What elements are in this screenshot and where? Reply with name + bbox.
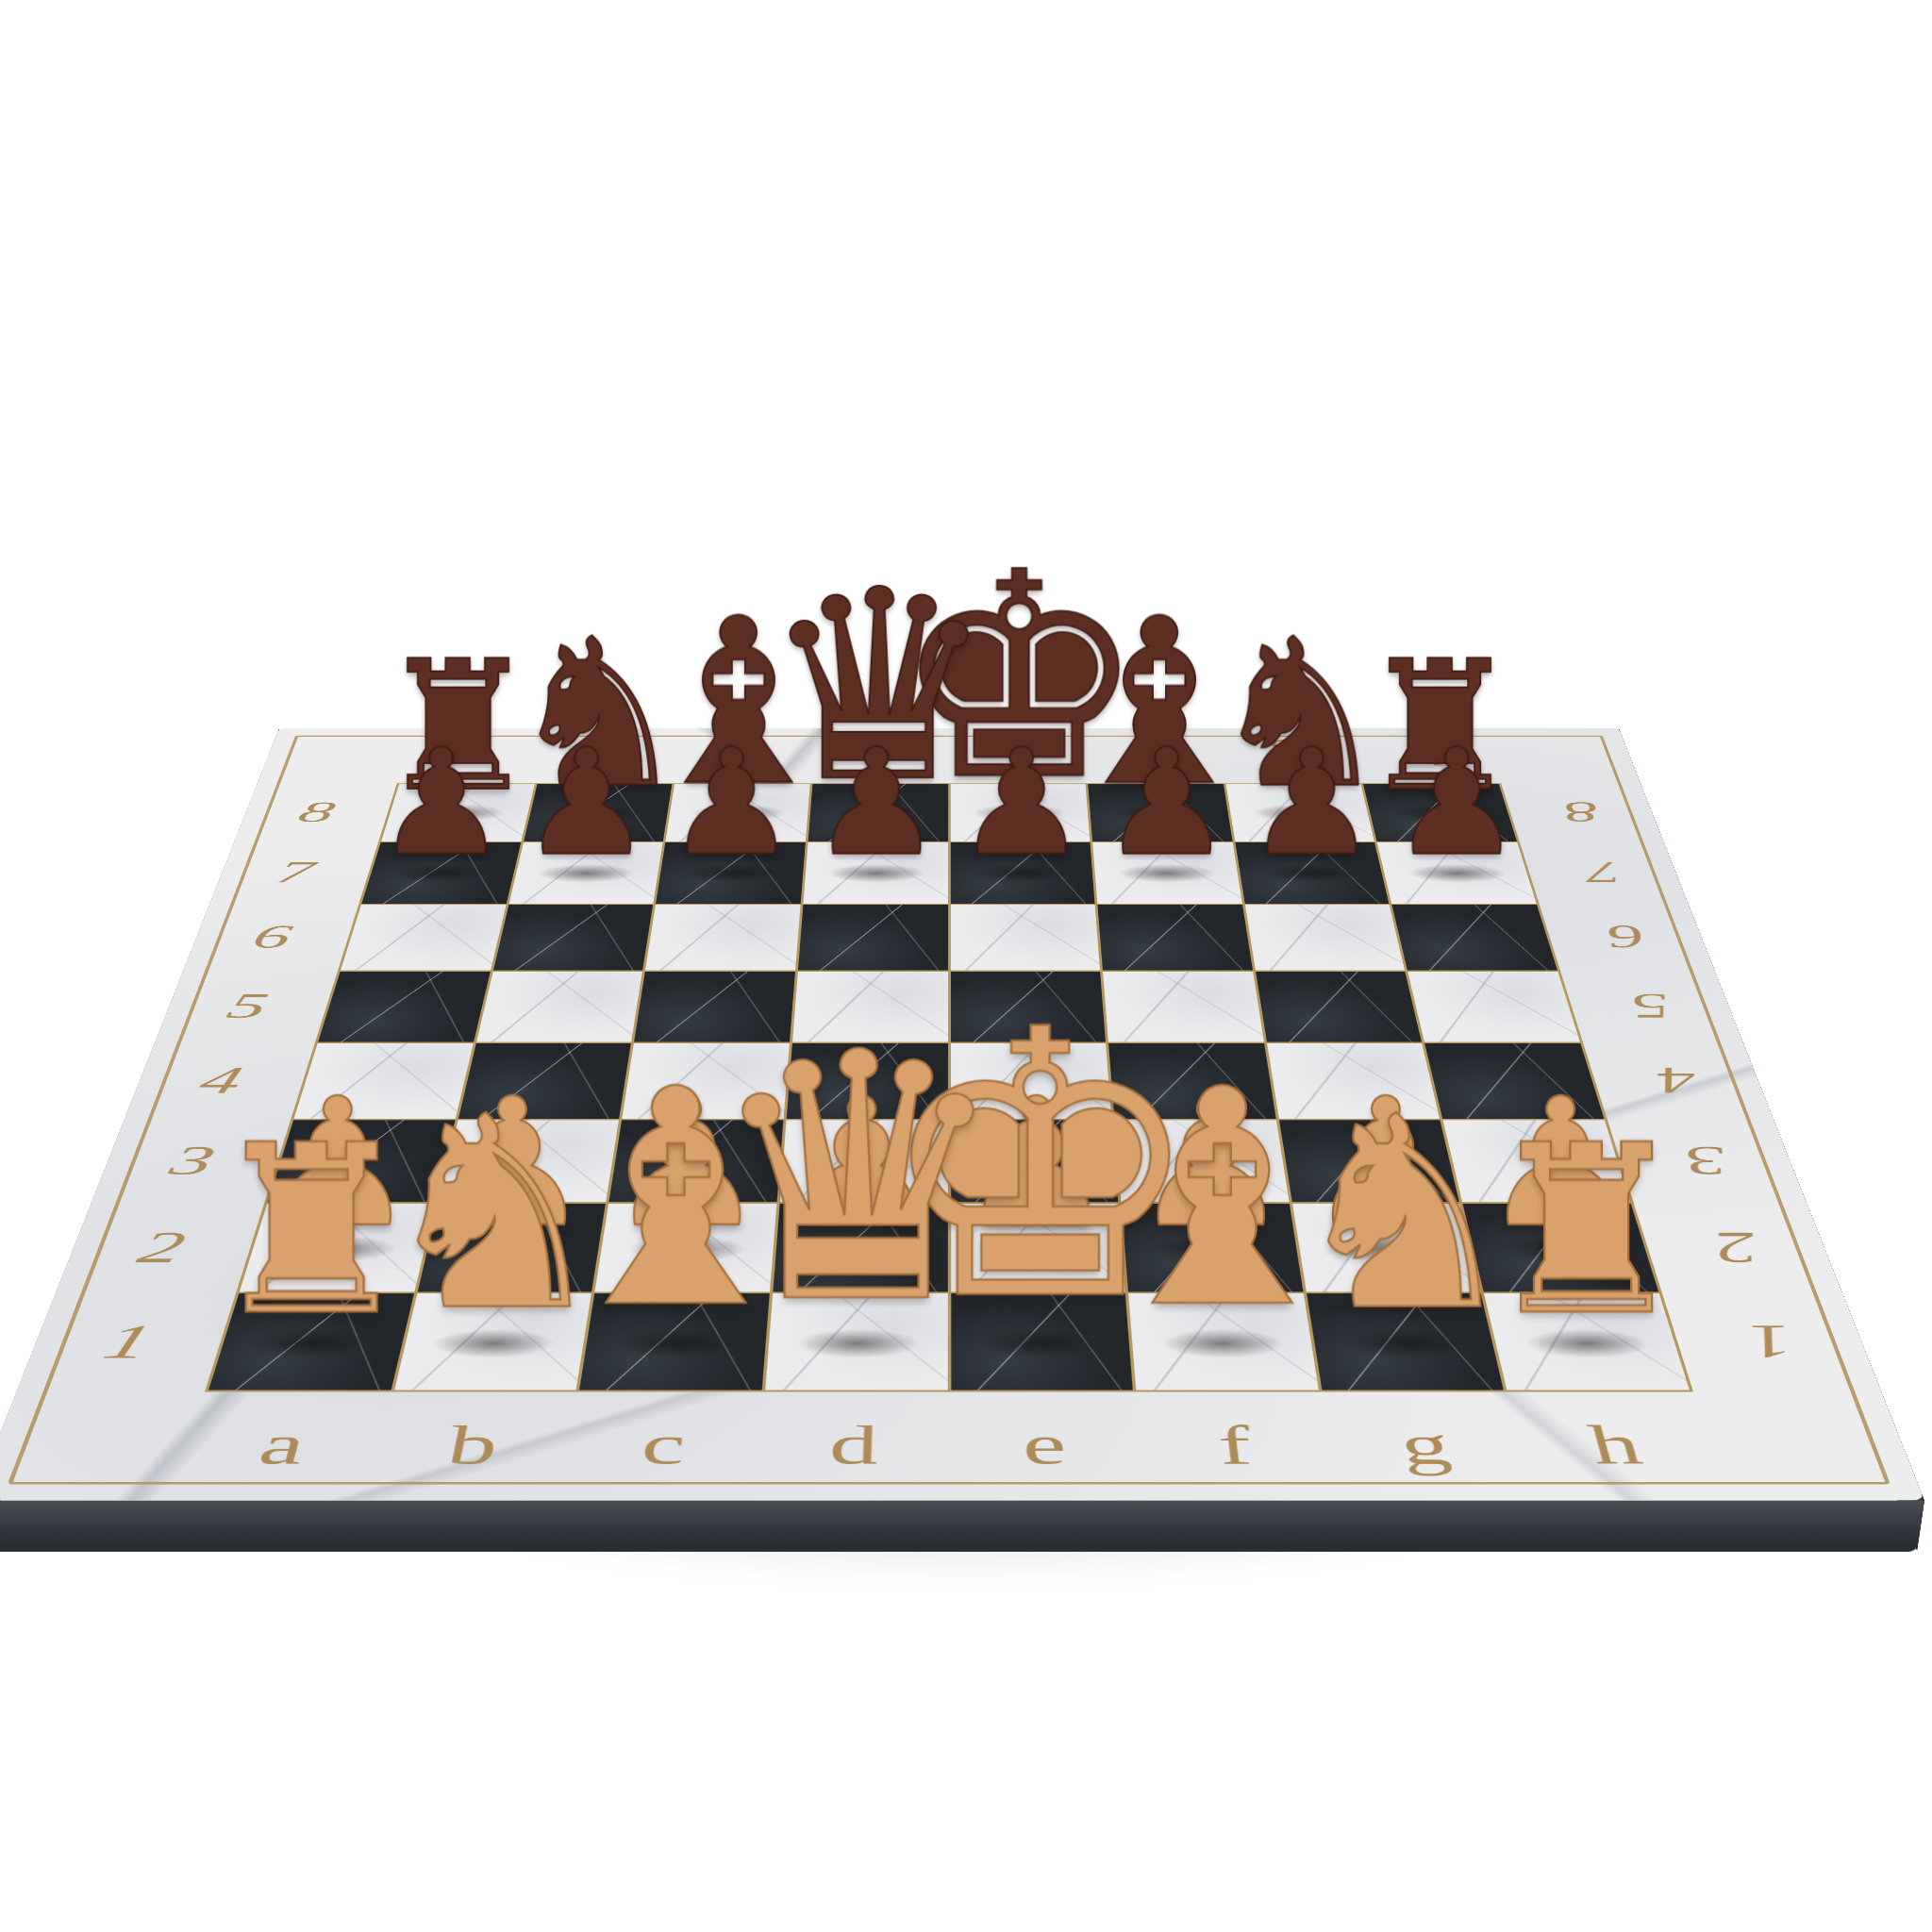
file-label-f: f — [1140, 739, 1167, 771]
white-rook-icon: ♜ — [208, 1121, 416, 1342]
black-pawn-icon: ♟ — [1101, 733, 1232, 873]
file-label-b: b — [442, 1413, 504, 1477]
rank-label-1: 1 — [1738, 1314, 1802, 1369]
file-label-d: d — [863, 739, 899, 771]
black-pawn-icon: ♟ — [521, 733, 652, 873]
file-label-f: f — [1215, 1413, 1255, 1477]
piece-white-rook-h1[interactable]: ♜ — [1484, 1293, 1693, 1391]
file-label-c: c — [638, 1413, 689, 1477]
file-label-g: g — [1268, 739, 1309, 771]
board-apron-front — [0, 1501, 1924, 1552]
file-label-d: d — [828, 1413, 879, 1477]
file-label-b: b — [589, 739, 630, 771]
file-label-a: a — [252, 1413, 313, 1477]
black-pawn-icon: ♟ — [1246, 733, 1377, 873]
piece-black-pawn-f7[interactable]: ♟ — [1091, 841, 1244, 904]
file-label-e: e — [1022, 1413, 1068, 1477]
rank-label-2: 2 — [131, 1223, 192, 1274]
product-photo: 87654321 87654321 abcdefgh abcdefgh ♜♞♝♛… — [0, 0, 1932, 1932]
piece-white-queen-d1[interactable]: ♛ — [763, 1293, 949, 1391]
chess-board: 87654321 87654321 abcdefgh abcdefgh ♜♞♝♛… — [0, 728, 1924, 1501]
piece-black-pawn-g7[interactable]: ♟ — [1234, 841, 1391, 904]
piece-black-pawn-c7[interactable]: ♟ — [654, 841, 807, 904]
rank-label-1: 1 — [96, 1314, 160, 1369]
pieces-layer: ♜♞♝♛♚♝♞♜♟♟♟♟♟♟♟♟♟♟♟♟♟♟♟♟♜♞♝♛♚♝♞♜ — [205, 783, 1693, 1391]
piece-black-pawn-e7[interactable]: ♟ — [949, 841, 1096, 904]
rank-label-7: 7 — [272, 855, 320, 890]
file-label-e: e — [1001, 739, 1033, 771]
piece-white-bishop-f1[interactable]: ♝ — [1127, 1293, 1321, 1391]
white-rook-icon: ♜ — [1482, 1121, 1690, 1342]
white-queen-icon: ♛ — [705, 1017, 1011, 1341]
rank-label-8: 8 — [1558, 796, 1605, 829]
piece-black-pawn-b7[interactable]: ♟ — [507, 841, 664, 904]
white-bishop-icon: ♝ — [1089, 1058, 1356, 1341]
piece-black-pawn-a7[interactable]: ♟ — [358, 841, 521, 904]
rank-label-8: 8 — [293, 796, 340, 829]
file-label-h: h — [1582, 1413, 1648, 1477]
piece-black-pawn-h7[interactable]: ♟ — [1377, 841, 1540, 904]
rank-label-7: 7 — [1579, 855, 1627, 890]
rank-label-5: 5 — [222, 986, 274, 1026]
piece-white-rook-a1[interactable]: ♜ — [205, 1293, 414, 1391]
file-label-g: g — [1394, 1413, 1456, 1477]
file-label-c: c — [728, 739, 763, 771]
rank-label-5: 5 — [1624, 986, 1676, 1026]
piece-black-pawn-d7[interactable]: ♟ — [802, 841, 949, 904]
rank-label-2: 2 — [1707, 1223, 1767, 1274]
